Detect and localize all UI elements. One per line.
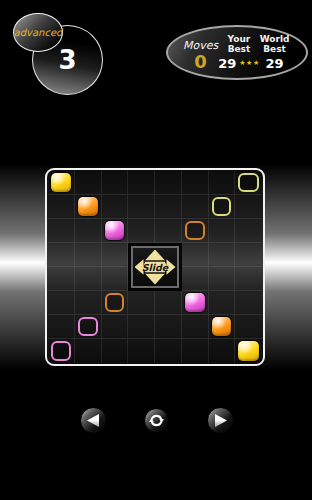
- puzzle-board: Slide: [45, 168, 265, 366]
- board-cell: [128, 315, 155, 339]
- board-cell: [75, 171, 102, 195]
- yellow-block-tile[interactable]: [238, 341, 259, 361]
- board-cell: [155, 339, 182, 363]
- board-cell: [48, 243, 75, 267]
- board-cell: [75, 339, 102, 363]
- pink-block-tile[interactable]: [105, 221, 125, 240]
- board-cell: [128, 171, 155, 195]
- previous-button[interactable]: [80, 407, 107, 434]
- board-cell: [235, 291, 262, 315]
- board-cell: [128, 291, 155, 315]
- next-icon: [215, 414, 227, 427]
- board-cell: [235, 315, 262, 339]
- next-button[interactable]: [207, 407, 234, 434]
- board-cell: [75, 267, 102, 291]
- moves-stat: Moves 0: [183, 33, 218, 72]
- board-cell: [48, 219, 75, 243]
- board-cell: [182, 195, 209, 219]
- scoreboard: Moves 0 Your Best 29 ★★★ World Best 29: [166, 25, 308, 80]
- moves-value: 0: [194, 52, 207, 72]
- board-cell: [182, 291, 209, 315]
- difficulty-label: advanced: [14, 27, 63, 38]
- world-best-label-line2: Best: [260, 44, 290, 54]
- board-cell: [209, 339, 236, 363]
- board-cell: [75, 315, 102, 339]
- board-cell: [128, 339, 155, 363]
- board-cell: [102, 195, 129, 219]
- board-cell: [182, 267, 209, 291]
- board-cell: [128, 195, 155, 219]
- your-best-value: 29: [218, 57, 236, 72]
- board-cell: [182, 315, 209, 339]
- board-cell: [182, 243, 209, 267]
- board-cell: [155, 315, 182, 339]
- your-best-label-line1: Your: [228, 34, 251, 44]
- board-cell: [209, 267, 236, 291]
- board-cell: [209, 219, 236, 243]
- restart-button[interactable]: [144, 408, 169, 433]
- board-cell: [235, 219, 262, 243]
- yellow-block-tile[interactable]: [51, 173, 71, 192]
- yellow-goal-outline: [212, 197, 232, 216]
- board-cell: [102, 291, 129, 315]
- board-cell: [235, 171, 262, 195]
- yellow-goal-outline: [238, 173, 259, 192]
- pink-goal-outline: [51, 341, 71, 361]
- orange-block-tile[interactable]: [78, 197, 98, 216]
- board-cell: [155, 291, 182, 315]
- board-cell: [128, 219, 155, 243]
- orange-block-tile[interactable]: [212, 317, 232, 336]
- board-cell: [48, 291, 75, 315]
- board-cell: [75, 243, 102, 267]
- board-cell: [102, 315, 129, 339]
- slide-label: Slide: [135, 250, 176, 285]
- board-cell: [209, 171, 236, 195]
- board-cell: [48, 267, 75, 291]
- board-cell: [155, 171, 182, 195]
- difficulty-badge: advanced: [13, 13, 63, 52]
- board-cell: [235, 195, 262, 219]
- board-cell: [155, 195, 182, 219]
- level-number: 3: [58, 45, 76, 75]
- restart-icon: [148, 412, 165, 429]
- board-cell: [182, 339, 209, 363]
- orange-goal-outline: [185, 221, 205, 240]
- board-cell: [235, 243, 262, 267]
- board-cell: [102, 267, 129, 291]
- board-cell: [209, 291, 236, 315]
- game-screen: 3 advanced Moves 0 Your Best 29 ★★★ Worl…: [0, 0, 312, 500]
- board-cell: [155, 219, 182, 243]
- board-cell: [209, 315, 236, 339]
- board-cell: [209, 243, 236, 267]
- pink-goal-outline: [78, 317, 98, 336]
- board-cell: [102, 171, 129, 195]
- board-cell: [48, 339, 75, 363]
- world-best-label-line1: World: [260, 34, 290, 44]
- board-cell: [75, 291, 102, 315]
- board-cell: [182, 171, 209, 195]
- your-best-stat: Your Best 29 ★★★: [218, 34, 259, 72]
- world-best-value: 29: [265, 57, 283, 72]
- orange-goal-outline: [105, 293, 125, 312]
- pink-block-tile[interactable]: [185, 293, 205, 312]
- board-cell: [48, 171, 75, 195]
- board-cell: [182, 219, 209, 243]
- board-cell: [75, 195, 102, 219]
- board-cell: [48, 315, 75, 339]
- board-cell: [75, 219, 102, 243]
- your-best-label-line2: Best: [228, 44, 251, 54]
- board-cell: [235, 339, 262, 363]
- board-cell: [235, 267, 262, 291]
- slide-diamond: Slide: [135, 250, 176, 285]
- board-cell: [102, 219, 129, 243]
- star-rating: ★★★: [239, 60, 259, 68]
- board-cell: [48, 195, 75, 219]
- board-cell: [102, 339, 129, 363]
- slide-button[interactable]: Slide: [131, 246, 179, 288]
- previous-icon: [87, 414, 99, 427]
- board-cell: [209, 195, 236, 219]
- board-cell: [102, 243, 129, 267]
- world-best-stat: World Best 29: [260, 34, 290, 72]
